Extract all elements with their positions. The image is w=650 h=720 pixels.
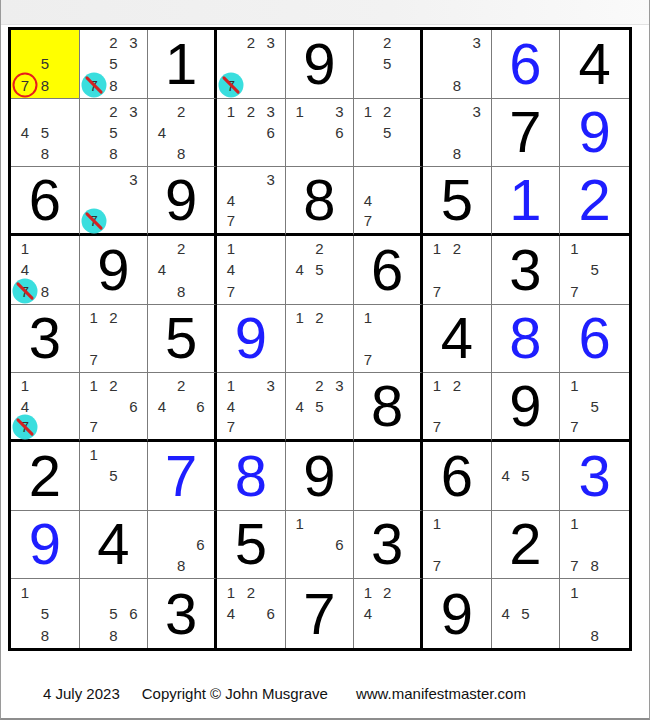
pencil-grid: 47: [354, 167, 420, 233]
pencil-pos-8: 8: [35, 74, 55, 95]
pencil-mark-7: 7: [570, 558, 578, 573]
pencil-pos-2: 2: [378, 101, 397, 122]
pencil-pos-9: [467, 143, 487, 164]
cell-r5c4[interactable]: 9: [217, 305, 286, 374]
pencil-pos-8: [585, 416, 605, 437]
pencil-pos-8: [310, 280, 330, 301]
cell-r8c7[interactable]: 17: [423, 511, 492, 580]
pencil-pos-8: 8: [35, 624, 55, 646]
pencil-pos-8: 8: [104, 74, 124, 95]
cell-r1c1[interactable]: 578: [11, 30, 80, 99]
pencil-pos-5: 5: [104, 122, 124, 143]
cell-r7c9[interactable]: 3: [560, 442, 629, 511]
cell-r7c5[interactable]: 9: [286, 442, 355, 511]
cell-r1c9[interactable]: 4: [560, 30, 629, 99]
pencil-pos-1: [152, 238, 171, 259]
pencil-mark-7: 7: [570, 284, 578, 299]
pencil-pos-3: [535, 444, 555, 465]
pencil-pos-8: [378, 210, 397, 231]
pencil-pos-2: [35, 375, 55, 396]
pencil-pos-7: [427, 143, 447, 164]
pencil-pos-7: 7: [15, 416, 35, 437]
pencil-pos-8: 8: [447, 143, 467, 164]
pencil-pos-5: [241, 259, 261, 280]
pencil-pos-1: 1: [290, 513, 310, 534]
cell-r2c3[interactable]: 248: [148, 99, 217, 168]
pencil-pos-4: [221, 53, 241, 74]
pencil-pos-9: [55, 280, 75, 301]
cell-r8c4[interactable]: 5: [217, 511, 286, 580]
pencil-mark-2: 2: [177, 378, 185, 393]
cell-r6c2[interactable]: 1267: [80, 373, 149, 442]
pencil-pos-2: [585, 513, 605, 534]
cell-r7c4[interactable]: 8: [217, 442, 286, 511]
given-digit: 5: [148, 305, 214, 373]
cell-r3c6[interactable]: 47: [354, 167, 423, 236]
pencil-pos-2: [447, 32, 467, 53]
pencil-pos-2: 2: [378, 581, 397, 603]
cell-r1c5[interactable]: 9: [286, 30, 355, 99]
pencil-grid: 18: [560, 579, 629, 648]
pencil-pos-6: [467, 534, 487, 555]
pencil-grid: 237: [217, 30, 285, 98]
pencil-mark-8: 8: [109, 628, 117, 643]
cell-r9c7[interactable]: 9: [423, 579, 492, 648]
cell-r3c2[interactable]: 37: [80, 167, 149, 236]
pencil-mark-3: 3: [129, 172, 137, 187]
pencil-pos-2: [516, 444, 536, 465]
pencil-pos-3: [191, 513, 210, 534]
pencil-pos-9: [397, 210, 416, 231]
pencil-mark-1: 1: [89, 447, 97, 462]
given-digit: 6: [354, 236, 420, 304]
pencil-pos-5: [172, 396, 191, 417]
pencil-pos-5: [447, 53, 467, 74]
pencil-grid: 45: [492, 579, 560, 648]
given-digit: 3: [11, 305, 79, 373]
pencil-mark-2: 2: [177, 104, 185, 119]
pencil-pos-9: [605, 416, 625, 437]
pencil-mark-1: 1: [89, 310, 97, 325]
pencil-mark-8: 8: [590, 628, 598, 643]
pencil-pos-2: 2: [447, 375, 467, 396]
pencil-pos-7: [358, 486, 377, 507]
cell-r3c1[interactable]: 6: [11, 167, 80, 236]
pencil-pos-5: [172, 122, 191, 143]
pencil-mark-1: 1: [295, 310, 303, 325]
cell-r5c8[interactable]: 8: [492, 305, 561, 374]
pencil-pos-9: [123, 486, 143, 507]
pencil-mark-1: 1: [364, 310, 372, 325]
cell-r7c7[interactable]: 6: [423, 442, 492, 511]
pencil-pos-1: 1: [84, 307, 104, 328]
cell-r2c2[interactable]: 2358: [80, 99, 149, 168]
cell-r6c5[interactable]: 2345: [286, 373, 355, 442]
footer-date: 4 July 2023: [43, 685, 120, 702]
cell-r4c6[interactable]: 6: [354, 236, 423, 305]
pencil-grid: 245: [286, 236, 354, 304]
pencil-pos-8: [447, 416, 467, 437]
cell-r5c5[interactable]: 12: [286, 305, 355, 374]
pencil-pos-3: [55, 375, 75, 396]
pencil-pos-3: [123, 581, 143, 603]
pencil-mark-4: 4: [295, 399, 303, 414]
given-digit: 8: [354, 373, 420, 439]
pencil-pos-3: [55, 581, 75, 603]
pencil-pos-2: [35, 581, 55, 603]
pencil-pos-5: [104, 328, 124, 349]
pencil-pos-8: [241, 143, 261, 164]
pencil-mark-6: 6: [129, 399, 137, 414]
cell-r3c9[interactable]: 2: [560, 167, 629, 236]
pencil-pos-7: 7: [221, 210, 241, 231]
pencil-pos-8: 8: [35, 143, 55, 164]
pencil-pos-3: [329, 513, 349, 534]
pencil-pos-8: [241, 624, 261, 646]
cell-r6c3[interactable]: 246: [148, 373, 217, 442]
pencil-pos-9: [467, 280, 487, 301]
pencil-pos-4: 4: [358, 190, 377, 211]
pencil-pos-8: 8: [172, 280, 191, 301]
pencil-mark-2: 2: [315, 310, 323, 325]
pencil-mark-8: 8: [177, 284, 185, 299]
cell-r6c7[interactable]: 127: [423, 373, 492, 442]
pencil-pos-1: [221, 169, 241, 190]
pencil-pos-9: [123, 349, 143, 370]
pencil-pos-4: 4: [15, 396, 35, 417]
pencil-mark-1: 1: [570, 516, 578, 531]
pencil-pos-4: [564, 534, 584, 555]
pencil-pos-4: [290, 122, 310, 143]
pencil-pos-3: 3: [261, 375, 281, 396]
pencil-mark-1: 1: [433, 516, 441, 531]
pencil-pos-2: [585, 375, 605, 396]
pencil-pos-1: 1: [221, 375, 241, 396]
pencil-pos-7: 7: [564, 555, 584, 576]
pencil-pos-3: 3: [261, 169, 281, 190]
pencil-pos-7: [221, 624, 241, 646]
pencil-pos-4: [358, 53, 377, 74]
cell-r8c2[interactable]: 4: [80, 511, 149, 580]
pencil-grid: 1347: [217, 373, 285, 439]
pencil-pos-9: [605, 624, 625, 646]
pencil-mark-3: 3: [335, 378, 343, 393]
pencil-pos-4: [84, 603, 104, 625]
pencil-pos-7: [564, 624, 584, 646]
pencil-pos-3: [605, 375, 625, 396]
pencil-pos-9: [55, 416, 75, 437]
pencil-pos-9: [191, 143, 210, 164]
pencil-mark-1: 1: [295, 104, 303, 119]
pencil-grid: [354, 442, 420, 510]
cell-r6c8[interactable]: 9: [492, 373, 561, 442]
pencil-pos-3: [397, 101, 416, 122]
pencil-grid: 178: [560, 511, 629, 579]
pencil-pos-9: [55, 624, 75, 646]
cell-r9c4[interactable]: 1246: [217, 579, 286, 648]
pencil-mark-8: 8: [109, 78, 117, 93]
cell-r1c4[interactable]: 237: [217, 30, 286, 99]
pencil-pos-7: [358, 143, 377, 164]
pencil-pos-6: [397, 190, 416, 211]
cell-r4c1[interactable]: 1478: [11, 236, 80, 305]
cell-r4c5[interactable]: 245: [286, 236, 355, 305]
pencil-grid: 17: [354, 305, 420, 373]
pencil-mark-4: 4: [21, 262, 29, 277]
cell-r9c5[interactable]: 7: [286, 579, 355, 648]
cell-r1c2[interactable]: 23578: [80, 30, 149, 99]
given-digit: 7: [492, 99, 560, 167]
pencil-pos-7: 7: [84, 416, 104, 437]
cell-r2c9[interactable]: 9: [560, 99, 629, 168]
pencil-pos-1: 1: [427, 238, 447, 259]
pencil-pos-9: [123, 624, 143, 646]
cell-r8c1[interactable]: 9: [11, 511, 80, 580]
cell-r5c7[interactable]: 4: [423, 305, 492, 374]
pencil-pos-8: [241, 74, 261, 95]
given-digit: 4: [560, 30, 629, 98]
pencil-pos-1: 1: [358, 307, 377, 328]
pencil-pos-6: 6: [123, 396, 143, 417]
pencil-pos-8: [310, 555, 330, 576]
cell-r4c9[interactable]: 157: [560, 236, 629, 305]
cell-r7c2[interactable]: 15: [80, 442, 149, 511]
pencil-pos-7: [496, 486, 516, 507]
pencil-pos-5: 5: [104, 53, 124, 74]
cell-r9c6[interactable]: 124: [354, 579, 423, 648]
pencil-pos-7: 7: [221, 74, 241, 95]
cell-r9c3[interactable]: 3: [148, 579, 217, 648]
cell-r7c1[interactable]: 2: [11, 442, 80, 511]
pencil-pos-3: [191, 101, 210, 122]
pencil-pos-1: 1: [15, 238, 35, 259]
pencil-pos-9: [329, 416, 349, 437]
pencil-pos-5: 5: [35, 122, 55, 143]
pencil-pos-6: [55, 603, 75, 625]
pencil-mark-5: 5: [41, 606, 49, 621]
pencil-pos-8: [104, 349, 124, 370]
pencil-mark-5: 5: [521, 606, 529, 621]
pencil-pos-9: [605, 280, 625, 301]
pencil-pos-8: 8: [172, 143, 191, 164]
pencil-pos-3: [191, 375, 210, 396]
pencil-mark-1: 1: [227, 241, 235, 256]
pencil-pos-3: [261, 238, 281, 259]
pencil-mark-2: 2: [383, 104, 391, 119]
cell-r1c7[interactable]: 38: [423, 30, 492, 99]
pencil-mark-7: 7: [364, 213, 372, 228]
pencil-pos-7: 7: [564, 416, 584, 437]
pencil-pos-8: [447, 555, 467, 576]
cell-r3c8[interactable]: 1: [492, 167, 561, 236]
pencil-pos-1: [358, 169, 377, 190]
cell-r8c5[interactable]: 16: [286, 511, 355, 580]
cell-r7c6[interactable]: [354, 442, 423, 511]
pencil-pos-8: 8: [172, 555, 191, 576]
pencil-pos-7: [290, 416, 310, 437]
given-digit: 5: [423, 167, 491, 233]
pencil-mark-2: 2: [453, 241, 461, 256]
pencil-pos-8: 8: [585, 555, 605, 576]
pencil-mark-1: 1: [21, 378, 29, 393]
pencil-mark-4: 4: [295, 262, 303, 277]
given-digit: 5: [217, 511, 285, 579]
cell-r7c3[interactable]: 7: [148, 442, 217, 511]
pencil-pos-4: [427, 259, 447, 280]
pencil-pos-1: [15, 32, 35, 53]
cell-r8c9[interactable]: 178: [560, 511, 629, 580]
pencil-pos-8: [378, 143, 397, 164]
pencil-pos-2: 2: [104, 375, 124, 396]
pencil-pos-3: [467, 238, 487, 259]
pencil-pos-3: 3: [261, 32, 281, 53]
pencil-mark-4: 4: [364, 606, 372, 621]
pencil-pos-6: [397, 465, 416, 486]
pencil-pos-7: 7: [15, 280, 35, 301]
cell-r7c8[interactable]: 45: [492, 442, 561, 511]
cell-r6c9[interactable]: 157: [560, 373, 629, 442]
cell-r8c8[interactable]: 2: [492, 511, 561, 580]
cell-r1c3[interactable]: 1: [148, 30, 217, 99]
pencil-grid: 127: [423, 236, 491, 304]
pencil-grid: 12: [286, 305, 354, 373]
cell-r2c1[interactable]: 458: [11, 99, 80, 168]
pencil-pos-8: [516, 486, 536, 507]
cell-r8c3[interactable]: 68: [148, 511, 217, 580]
given-digit: 4: [423, 305, 491, 373]
pencil-pos-2: 2: [172, 238, 191, 259]
pencil-pos-3: [55, 238, 75, 259]
cell-r4c7[interactable]: 127: [423, 236, 492, 305]
pencil-pos-7: [496, 624, 516, 646]
pencil-grid: 1478: [11, 236, 79, 304]
pencil-pos-5: [104, 190, 124, 211]
pencil-pos-7: [84, 143, 104, 164]
pencil-pos-7: 7: [358, 349, 377, 370]
pencil-pos-6: [55, 122, 75, 143]
pencil-pos-4: 4: [496, 603, 516, 625]
pencil-pos-1: [84, 101, 104, 122]
entered-digit: 6: [492, 30, 560, 98]
pencil-pos-6: [191, 122, 210, 143]
pencil-pos-4: [564, 396, 584, 417]
cell-r2c4[interactable]: 1236: [217, 99, 286, 168]
cell-r2c5[interactable]: 136: [286, 99, 355, 168]
given-digit: 3: [148, 579, 214, 648]
pencil-pos-3: [397, 581, 416, 603]
cell-r9c1[interactable]: 158: [11, 579, 80, 648]
pencil-pos-2: 2: [447, 238, 467, 259]
pencil-pos-9: [397, 143, 416, 164]
pencil-pos-1: 1: [290, 101, 310, 122]
pencil-grid: 458: [11, 99, 79, 167]
given-digit: 8: [286, 167, 354, 233]
cell-r3c3[interactable]: 9: [148, 167, 217, 236]
pencil-pos-5: [585, 603, 605, 625]
pencil-mark-8: 8: [41, 284, 49, 299]
pencil-pos-5: [310, 328, 330, 349]
pencil-pos-1: [290, 375, 310, 396]
pencil-pos-7: [290, 349, 310, 370]
cell-r5c9[interactable]: 6: [560, 305, 629, 374]
pencil-pos-1: [15, 101, 35, 122]
pencil-pos-2: [35, 238, 55, 259]
pencil-mark-3: 3: [267, 104, 275, 119]
cell-r3c7[interactable]: 5: [423, 167, 492, 236]
cell-r6c6[interactable]: 8: [354, 373, 423, 442]
cell-r6c4[interactable]: 1347: [217, 373, 286, 442]
pencil-pos-6: [397, 122, 416, 143]
pencil-pos-9: [467, 416, 487, 437]
cell-r5c3[interactable]: 5: [148, 305, 217, 374]
pencil-pos-3: [123, 307, 143, 328]
pencil-pos-7: [152, 555, 171, 576]
pencil-pos-6: [467, 53, 487, 74]
pencil-mark-3: 3: [129, 35, 137, 50]
cell-r4c4[interactable]: 147: [217, 236, 286, 305]
cell-r4c2[interactable]: 9: [80, 236, 149, 305]
pencil-pos-6: [605, 603, 625, 625]
pencil-pos-8: [35, 416, 55, 437]
pencil-pos-3: [397, 444, 416, 465]
cell-r9c2[interactable]: 568: [80, 579, 149, 648]
pencil-pos-6: [55, 53, 75, 74]
cell-r2c7[interactable]: 38: [423, 99, 492, 168]
pencil-pos-2: [378, 444, 397, 465]
cell-r1c6[interactable]: 25: [354, 30, 423, 99]
pencil-pos-1: [152, 101, 171, 122]
given-digit: 9: [148, 167, 214, 233]
pencil-mark-5: 5: [109, 56, 117, 71]
pencil-pos-2: [378, 307, 397, 328]
cell-r5c1[interactable]: 3: [11, 305, 80, 374]
cell-r2c8[interactable]: 7: [492, 99, 561, 168]
pencil-mark-6: 6: [335, 537, 343, 552]
pencil-pos-5: [172, 259, 191, 280]
pencil-pos-2: 2: [104, 101, 124, 122]
pencil-pos-9: [55, 74, 75, 95]
pencil-pos-5: 5: [35, 53, 55, 74]
pencil-pos-7: [152, 143, 171, 164]
pencil-pos-6: [605, 534, 625, 555]
cell-r5c6[interactable]: 17: [354, 305, 423, 374]
cell-r9c8[interactable]: 45: [492, 579, 561, 648]
pencil-pos-5: [35, 259, 55, 280]
cell-r1c8[interactable]: 6: [492, 30, 561, 99]
pencil-pos-1: 1: [15, 375, 35, 396]
cell-r4c3[interactable]: 248: [148, 236, 217, 305]
pencil-pos-7: [84, 486, 104, 507]
cell-r6c1[interactable]: 147: [11, 373, 80, 442]
entered-digit: 9: [217, 305, 285, 373]
pencil-mark-2: 2: [109, 104, 117, 119]
cell-r5c2[interactable]: 127: [80, 305, 149, 374]
pencil-pos-4: 4: [290, 259, 310, 280]
cell-r8c6[interactable]: 3: [354, 511, 423, 580]
pencil-grid: 45: [492, 442, 560, 510]
cell-r4c8[interactable]: 3: [492, 236, 561, 305]
pencil-mark-2: 2: [247, 585, 255, 600]
cell-r3c4[interactable]: 347: [217, 167, 286, 236]
pencil-mark-2: 2: [383, 585, 391, 600]
pencil-pos-4: 4: [15, 259, 35, 280]
pencil-mark-6: 6: [129, 606, 137, 621]
cell-r2c6[interactable]: 125: [354, 99, 423, 168]
cell-r9c9[interactable]: 18: [560, 579, 629, 648]
pencil-pos-6: [123, 53, 143, 74]
pencil-pos-9: [397, 624, 416, 646]
cell-r3c5[interactable]: 8: [286, 167, 355, 236]
